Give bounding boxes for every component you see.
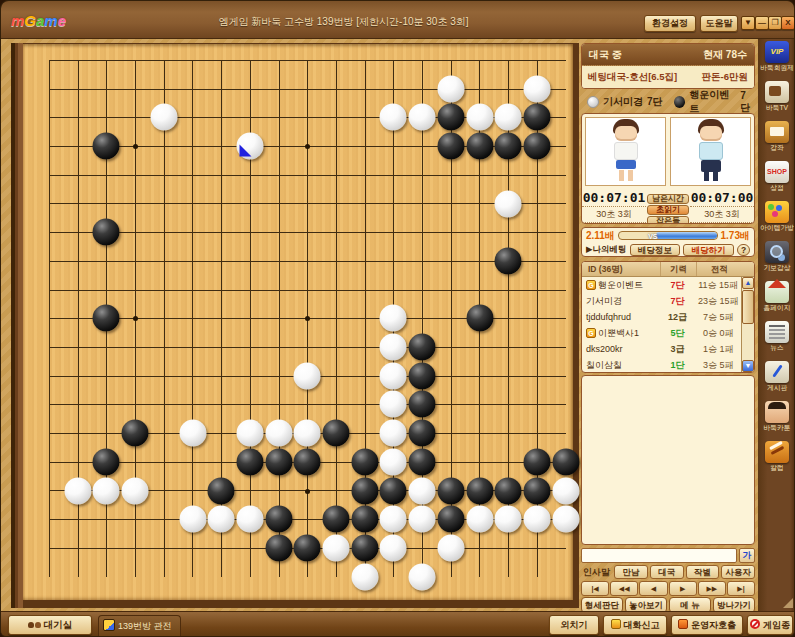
player-list-row[interactable]: 기서미경7단23승 15패 [582,293,741,309]
black-stone [122,420,149,447]
black-stone [523,477,550,504]
call-admin-button[interactable]: 운영자호출 [671,615,743,635]
white-stone [523,75,550,102]
player-record: 11승 15패 [695,277,741,293]
white-stone [122,477,149,504]
black-stone [380,477,407,504]
book-icon [765,121,789,143]
call-admin-icon [678,619,688,629]
player-rank: 7단 [660,277,696,293]
black-stone [409,448,436,475]
exit-game-button[interactable]: 게임종료 [747,615,793,635]
white-stone [208,506,235,533]
white-stone [380,391,407,418]
timer-strip: 00:07:01 30초 3회 0개 남은시간 초읽기 잡은돌 00:07:00… [582,190,754,224]
star-point [305,144,310,149]
black-captures: 0개 [690,222,754,224]
scroll-down-button[interactable]: ▼ [742,360,754,372]
betting-box: 2.11배 VS 1.73배 ▶나의베팅 배당정보 배당하기 ? [581,227,755,257]
resize-grip[interactable] [783,598,793,608]
player-rank: 12급 [660,309,696,325]
face-icon [765,401,789,423]
sidebar-item-label: 게시판 [760,384,794,393]
exit-icon [750,619,760,629]
sidebar-item-shop[interactable]: SHOP상점 [758,159,795,199]
chat-input-row: 가 [581,548,755,563]
board-grid [49,60,566,577]
player-name: 행운이벤트 [598,277,643,293]
white-stone [437,534,464,561]
star-point [305,316,310,321]
app-window: mGame 엠게임 新바둑 고수방 139번방 [제한시간-10분 30초 3회… [0,0,795,637]
white-stone [351,563,378,590]
white-stone [179,420,206,447]
betting-bar: VS [618,231,718,240]
match-type: 베팅대국-호선[6.5집] [588,71,677,84]
white-stone [294,420,321,447]
black-stone [466,477,493,504]
black-stone-icon [674,96,685,108]
black-stone [409,420,436,447]
white-odds: 2.11배 [586,229,615,243]
players-row: 기서미경 7단 행운이벤트 7단 [581,93,755,111]
black-stone [265,506,292,533]
black-byoyomi: 30초 3회 [690,206,754,221]
white-stone [495,104,522,131]
nav-first-button[interactable]: |◀ [581,581,609,596]
time-label: 남은시간 [647,194,689,204]
black-stone [323,420,350,447]
black-stone [93,305,120,332]
player-rank: 5단 [660,325,696,341]
avatar-box: 00:07:01 30초 3회 0개 남은시간 초읽기 잡은돌 00:07:00… [581,113,755,224]
people-icon [28,619,42,628]
white-stone [380,305,407,332]
black-stone [351,534,378,561]
black-stone [294,448,321,475]
player-rank: 3급 [660,341,696,357]
white-avatar-panel [585,117,666,186]
player-record: 3승 5패 [695,357,741,372]
header-record: 전적 [696,262,742,276]
black-stone [93,219,120,246]
sidebar-item-label: 바둑TV [760,104,794,113]
black-stone [495,477,522,504]
white-stone [466,506,493,533]
game-panel: 대국 중 현재 78수 베팅대국-호선[6.5집] 판돈-6만원 기서미경 7단… [581,41,756,611]
bag-icon [765,201,789,223]
player-list-scrollbar[interactable]: ▲ ▼ [741,277,754,372]
minimize-button[interactable]: — [755,16,769,30]
white-stone [495,190,522,217]
white-player: 기서미경 7단 [581,93,668,111]
black-stone [523,448,550,475]
black-avatar-panel [670,117,751,186]
player-list-rows: G행운이벤트7단11승 15패기서미경7단23승 15패tjddufqhrud1… [582,277,741,372]
black-stone [437,133,464,160]
scroll-thumb[interactable] [742,290,754,324]
white-stone [93,477,120,504]
mgame-logo: mGame [11,12,66,29]
white-stone [380,420,407,447]
move-navigation-row: |◀◀◀◀▶▶▶▶| [581,581,755,596]
quill-icon [765,441,789,463]
white-player-name: 기서미경 [603,95,643,109]
go-board[interactable] [23,44,573,600]
player-record: 7승 5패 [695,309,741,325]
star-point [133,316,138,321]
sidebar-item-label: 홈페이지 [760,304,794,313]
content-area: 대국 중 현재 78수 베팅대국-호선[6.5집] 판돈-6만원 기서미경 7단… [1,39,758,611]
white-stone [409,104,436,131]
pin-window-button[interactable]: ▼ [741,16,755,30]
byoyomi-label: 초읽기 [647,205,689,215]
white-stone [495,506,522,533]
sidebar-item-label: 강좌 [760,144,794,153]
sidebar-item-label: 아이템가방 [760,224,794,233]
black-stone [409,334,436,361]
black-stone [236,448,263,475]
quick-chat-row: 인사말 만남대국작별사용자 [581,565,755,579]
sidebar-item-label: 기보감상 [760,264,794,273]
player-list-box: ID (36명) 기력 전적 G행운이벤트7단11승 15패기서미경7단23승 … [581,261,755,373]
settings-button[interactable]: 환경설정 [644,15,696,32]
black-stone [495,247,522,274]
player-record: 0승 0패 [695,325,741,341]
player-list-row[interactable]: dks200kr3급1승 1패 [582,341,741,357]
sidebar-item-bag[interactable]: 아이템가방 [758,199,795,239]
sidebar-item-zoom[interactable]: 기보감상 [758,239,795,279]
sidebar-item-news[interactable]: 뉴스 [758,319,795,359]
sidebar-item-tv[interactable]: 바둑TV [758,79,795,119]
quick-chat-button[interactable]: 사용자 [721,565,755,579]
black-stone [437,477,464,504]
white-stone [523,506,550,533]
player-name: 기서미경 [586,293,622,309]
player-name: tjddufqhrud [586,309,631,325]
white-stone [380,104,407,131]
black-stone [351,477,378,504]
shop-icon: SHOP [765,161,789,183]
report-button[interactable]: 대화신고 [603,615,667,635]
room-tab[interactable]: 139번방 관전 [98,615,181,636]
header-id: ID (36명) [582,262,660,276]
sidebar-item-quill[interactable]: 칼럼 [758,439,795,479]
black-stone [208,477,235,504]
player-rank: 7단 [660,293,696,309]
black-player: 행운이벤트 7단 [668,93,755,111]
captures-label: 잡은돌 [647,216,689,224]
sidebar-item-label: 상점 [760,184,794,193]
white-stone [409,563,436,590]
odds-info-button[interactable]: 배당정보 [630,244,681,256]
vs-label: VS [648,232,657,240]
black-stone [495,133,522,160]
white-stone [380,534,407,561]
tv-icon [765,81,789,103]
black-stone [93,448,120,475]
window-title: 엠게임 新바둑 고수방 139번방 [제한시간-10분 30초 3회] [151,15,536,29]
white-stone [380,362,407,389]
white-stone [294,362,321,389]
sidebar-item-post[interactable]: 게시판 [758,359,795,399]
news-icon [765,321,789,343]
white-stone [380,506,407,533]
black-stone [93,133,120,160]
white-captures: 0개 [582,222,646,224]
sidebar: VIP바둑회원제바둑TV강좌SHOP상점아이템가방기보감상홈페이지뉴스게시판바둑… [758,39,795,611]
black-stone [409,362,436,389]
nav-back-button[interactable]: ◀ [639,581,667,596]
header-rank: 기력 [660,262,696,276]
vip-icon: VIP [765,41,789,63]
my-bet-label: ▶나의베팅 [586,244,627,256]
player-list-row[interactable]: G이뿐백사15단0승 0패 [582,325,741,341]
white-clock: 00:07:01 [582,190,646,205]
in-game-badge: G [586,280,596,290]
move-count: 현재 78수 [703,48,747,62]
player-rank: 1단 [660,357,696,372]
player-list-row[interactable]: 칠이삼칠1단3승 5패 [582,357,741,372]
black-stone [466,133,493,160]
white-stone [552,506,579,533]
player-record: 1승 1패 [695,341,741,357]
betting-bar-fill [656,232,717,239]
white-stone [265,420,292,447]
help-button[interactable]: 도움말 [700,15,738,32]
star-point [305,489,310,494]
white-stone [236,420,263,447]
white-stone [380,448,407,475]
sidebar-item-label: 뉴스 [760,344,794,353]
white-stone [64,477,91,504]
report-icon [611,619,621,629]
home-icon [765,281,789,303]
bottom-bar: 대기실 139번방 관전 외치기 대화신고 운영자호출 게임종료 [1,611,795,637]
greeting-label: 인사말 [581,566,612,579]
black-stone [265,448,292,475]
board-frame [11,43,579,608]
black-player-rank: 7단 [740,90,755,115]
white-stone [552,477,579,504]
restore-button[interactable]: ❐ [768,16,782,30]
black-stone [265,534,292,561]
game-info-box: 대국 중 현재 78수 베팅대국-호선[6.5집] 판돈-6만원 [581,43,755,89]
nav-fast-back-button[interactable]: ◀◀ [610,581,638,596]
nav-forward-button[interactable]: ▶ [669,581,697,596]
player-list-row[interactable]: tjddufqhrud12급7승 5패 [582,309,741,325]
black-stone [437,506,464,533]
quick-chat-button[interactable]: 대국 [650,565,684,579]
black-stone [351,506,378,533]
white-stone-last-move [236,133,263,160]
game-status: 대국 중 [589,48,622,62]
sidebar-item-book[interactable]: 강좌 [758,119,795,159]
black-stone [437,104,464,131]
black-stone [523,133,550,160]
stake: 판돈-6만원 [702,71,748,84]
player-record: 23승 15패 [695,293,741,309]
black-stone [523,104,550,131]
black-odds: 1.73배 [721,229,750,243]
white-stone [380,334,407,361]
sidebar-item-face[interactable]: 바둑카툰 [758,399,795,439]
player-list-header: ID (36명) 기력 전적 [582,262,754,277]
white-stone [179,506,206,533]
sidebar-item-label: 바둑회원제 [760,64,794,73]
black-stone [466,305,493,332]
shout-button[interactable]: 외치기 [549,615,599,635]
white-stone [466,104,493,131]
player-name: 칠이삼칠 [586,357,622,372]
black-clock: 00:07:00 [690,190,754,205]
quick-chat-button[interactable]: 작별 [686,565,720,579]
white-byoyomi: 30초 3회 [582,206,646,221]
player-name: 이뿐백사1 [598,325,639,341]
scroll-up-button[interactable]: ▲ [742,277,754,289]
bet-button[interactable]: 배당하기 [683,244,734,256]
lobby-button[interactable]: 대기실 [8,615,92,635]
last-move-marker [239,145,251,157]
title-bar: mGame 엠게임 新바둑 고수방 139번방 [제한시간-10분 30초 3회… [1,1,795,39]
star-point [133,144,138,149]
white-stone [236,506,263,533]
font-button[interactable]: 가 [739,548,755,563]
zoom-icon [765,241,789,263]
black-stone [409,391,436,418]
black-stone [294,534,321,561]
sidebar-item-label: 바둑카툰 [760,424,794,433]
close-button[interactable]: X [781,16,795,30]
white-stone-icon [587,96,599,108]
chat-input[interactable] [581,548,737,563]
white-stone [150,104,177,131]
sidebar-item-home[interactable]: 홈페이지 [758,279,795,319]
sidebar-item-vip[interactable]: VIP바둑회원제 [758,39,795,79]
player-name: dks200kr [586,341,623,357]
white-stone [409,477,436,504]
nav-fast-forward-button[interactable]: ▶▶ [698,581,726,596]
quick-chat-button[interactable]: 만남 [614,565,648,579]
sidebar-item-label: 칼럼 [760,464,794,473]
white-avatar [609,119,643,183]
post-icon [765,361,789,383]
room-tab-icon [103,619,115,631]
nav-last-button[interactable]: ▶| [727,581,755,596]
player-list-row[interactable]: G행운이벤트7단11승 15패 [582,277,741,293]
white-stone [437,75,464,102]
black-stone [323,506,350,533]
black-avatar [694,119,728,183]
white-player-rank: 7단 [647,95,663,109]
in-game-badge: G [586,328,596,338]
white-stone [409,506,436,533]
black-stone [351,448,378,475]
black-stone [552,448,579,475]
black-player-name: 행운이벤트 [689,88,736,116]
white-stone [323,534,350,561]
chat-message-area[interactable] [581,375,755,545]
bet-help-button[interactable]: ? [737,244,750,256]
